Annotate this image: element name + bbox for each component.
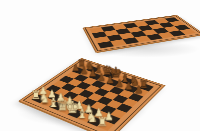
folded-board-square bbox=[135, 36, 151, 43]
folded-board-square bbox=[119, 33, 135, 40]
folded-board-square bbox=[107, 34, 123, 41]
folded-board-square bbox=[146, 34, 163, 41]
folded-board-square bbox=[131, 31, 147, 37]
folded-board-square bbox=[98, 41, 114, 48]
folded-board-square bbox=[110, 39, 126, 46]
folded-board-square bbox=[123, 37, 139, 44]
folded-board-square bbox=[95, 36, 111, 43]
folded-board-square bbox=[169, 30, 186, 36]
square-c8: ♝ bbox=[94, 69, 108, 76]
square-e5 bbox=[94, 88, 109, 96]
black-rook-a8: ♜ bbox=[71, 59, 92, 69]
chess-set-product-photo: ♜♞♝♛♚♝♞♜♟♟♟♟♟♟♟♟♟♟♟♟♟♟♟♟♜♞♝♛♚♝♞♜ bbox=[0, 0, 200, 131]
folded-board-square bbox=[92, 32, 107, 38]
folded-board-square bbox=[180, 29, 197, 35]
folded-board-square bbox=[158, 32, 175, 38]
